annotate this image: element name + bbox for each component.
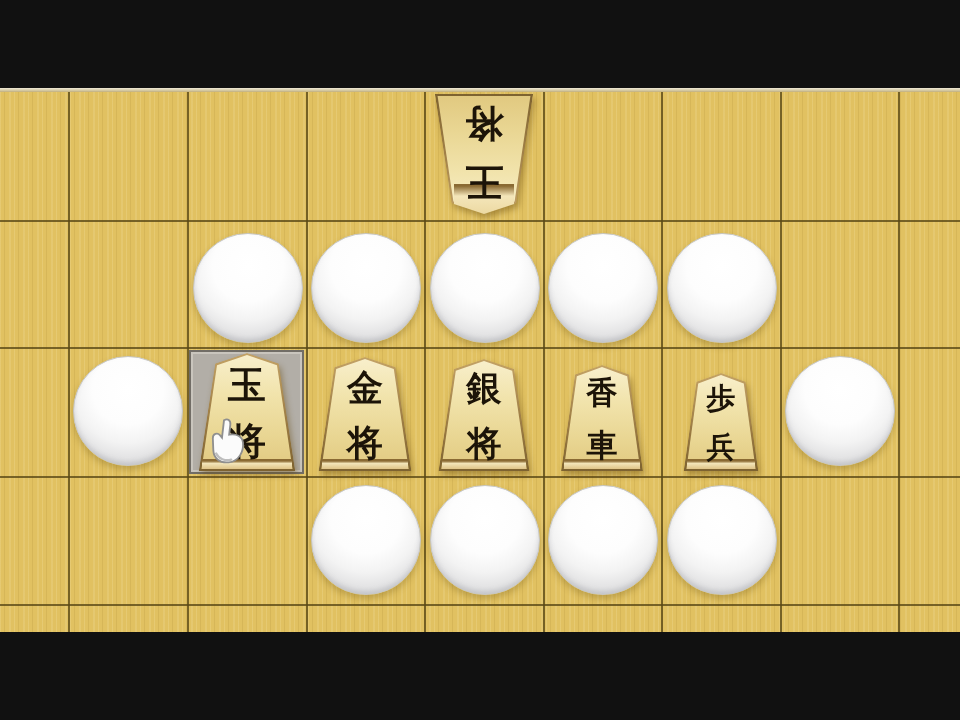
grid-hline — [0, 604, 960, 606]
grid-vline — [543, 92, 545, 632]
piece-kanji: 王将 — [430, 105, 538, 201]
piece-kanji: 金将 — [314, 370, 416, 461]
grid-hline — [0, 476, 960, 478]
go-stone[interactable] — [311, 485, 421, 595]
go-stone[interactable] — [548, 233, 658, 343]
grid-vline — [898, 92, 900, 632]
grid-hline — [0, 347, 960, 349]
piece-kanji: 歩兵 — [680, 384, 762, 462]
letterbox-bottom — [0, 632, 960, 720]
grid-vline — [661, 92, 663, 632]
piece-kanji: 香車 — [557, 377, 647, 462]
go-stone[interactable] — [73, 356, 183, 466]
shogi-piece-gold-general[interactable]: 金将 — [314, 357, 416, 471]
go-stone[interactable] — [311, 233, 421, 343]
shogi-piece-silver-general[interactable]: 銀将 — [434, 359, 534, 471]
grid-vline — [68, 92, 70, 632]
piece-kanji: 銀将 — [434, 371, 534, 461]
shogi-piece-lance[interactable]: 香車 — [557, 365, 647, 471]
board-top-edge — [0, 88, 960, 92]
go-stone[interactable] — [193, 233, 303, 343]
shogi-piece-pawn[interactable]: 歩兵 — [680, 373, 762, 471]
go-stone[interactable] — [667, 233, 777, 343]
letterbox-top — [0, 0, 960, 88]
go-stone[interactable] — [548, 485, 658, 595]
go-stone[interactable] — [430, 233, 540, 343]
go-stone[interactable] — [430, 485, 540, 595]
video-frame: 王将玉将金将銀将香車歩兵 — [0, 0, 960, 720]
go-stone[interactable] — [667, 485, 777, 595]
grid-vline — [780, 92, 782, 632]
shogi-piece-opponent-king[interactable]: 王将 — [430, 94, 538, 214]
grid-vline — [424, 92, 426, 632]
hand-cursor — [207, 417, 247, 465]
grid-vline — [306, 92, 308, 632]
game-board[interactable]: 王将玉将金将銀将香車歩兵 — [0, 88, 960, 632]
grid-hline — [0, 220, 960, 222]
go-stone[interactable] — [785, 356, 895, 466]
